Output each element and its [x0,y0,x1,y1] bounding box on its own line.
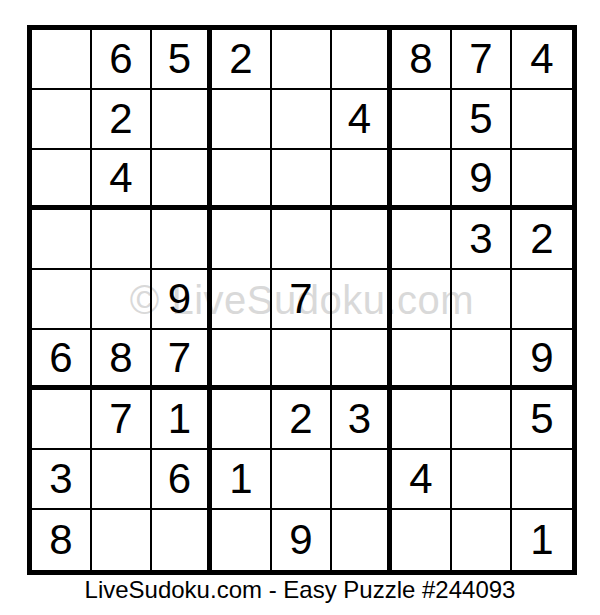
cell-r7c9[interactable]: 5 [512,390,572,450]
cell-r2c7[interactable] [392,90,452,150]
cell-r7c3[interactable]: 1 [152,390,212,450]
cell-r7c2[interactable]: 7 [92,390,152,450]
cell-r1c3[interactable]: 5 [152,30,212,90]
cell-r9c6[interactable] [332,510,392,570]
cell-r9c1[interactable]: 8 [32,510,92,570]
cell-r7c4[interactable] [212,390,272,450]
cell-r6c5[interactable] [272,330,332,390]
sudoku-board: © LiveSudoku.com 65287424549329768797123… [27,25,577,575]
cell-r9c7[interactable] [392,510,452,570]
cell-r7c6[interactable]: 3 [332,390,392,450]
cell-r5c3[interactable]: 9 [152,270,212,330]
cell-r4c4[interactable] [212,210,272,270]
cell-r1c5[interactable] [272,30,332,90]
cell-r6c3[interactable]: 7 [152,330,212,390]
cell-r5c4[interactable] [212,270,272,330]
cell-r5c1[interactable] [32,270,92,330]
cell-r2c5[interactable] [272,90,332,150]
cell-r4c9[interactable]: 2 [512,210,572,270]
cell-r6c9[interactable]: 9 [512,330,572,390]
cell-r1c2[interactable]: 6 [92,30,152,90]
cell-r3c7[interactable] [392,150,452,210]
cell-r3c1[interactable] [32,150,92,210]
cell-r5c7[interactable] [392,270,452,330]
cell-r7c8[interactable] [452,390,512,450]
cell-r1c9[interactable]: 4 [512,30,572,90]
cell-r4c8[interactable]: 3 [452,210,512,270]
cell-r4c2[interactable] [92,210,152,270]
cell-r3c6[interactable] [332,150,392,210]
puzzle-caption: LiveSudoku.com - Easy Puzzle #244093 [0,576,600,604]
cell-r7c5[interactable]: 2 [272,390,332,450]
cell-r2c4[interactable] [212,90,272,150]
cell-r6c7[interactable] [392,330,452,390]
sudoku-page: © LiveSudoku.com 65287424549329768797123… [0,0,600,615]
cell-r1c4[interactable]: 2 [212,30,272,90]
cell-r2c6[interactable]: 4 [332,90,392,150]
cell-r8c3[interactable]: 6 [152,450,212,510]
cell-r5c6[interactable] [332,270,392,330]
cell-r3c3[interactable] [152,150,212,210]
cell-r5c5[interactable]: 7 [272,270,332,330]
cell-r2c3[interactable] [152,90,212,150]
cell-r8c7[interactable]: 4 [392,450,452,510]
cell-r8c5[interactable] [272,450,332,510]
cell-r5c2[interactable] [92,270,152,330]
cell-r8c8[interactable] [452,450,512,510]
cell-r2c9[interactable] [512,90,572,150]
cell-r3c9[interactable] [512,150,572,210]
cell-r1c8[interactable]: 7 [452,30,512,90]
cell-r9c4[interactable] [212,510,272,570]
cell-r2c2[interactable]: 2 [92,90,152,150]
cell-r7c7[interactable] [392,390,452,450]
cell-r7c1[interactable] [32,390,92,450]
cell-r1c7[interactable]: 8 [392,30,452,90]
cell-r3c5[interactable] [272,150,332,210]
cell-r6c2[interactable]: 8 [92,330,152,390]
cell-r6c8[interactable] [452,330,512,390]
cell-r9c8[interactable] [452,510,512,570]
cell-r6c4[interactable] [212,330,272,390]
cell-r8c6[interactable] [332,450,392,510]
cell-r4c3[interactable] [152,210,212,270]
cell-r6c6[interactable] [332,330,392,390]
cell-r1c1[interactable] [32,30,92,90]
cell-r8c2[interactable] [92,450,152,510]
cell-r5c8[interactable] [452,270,512,330]
cell-r2c8[interactable]: 5 [452,90,512,150]
cell-r9c3[interactable] [152,510,212,570]
cell-r4c7[interactable] [392,210,452,270]
cell-r3c8[interactable]: 9 [452,150,512,210]
cell-r1c6[interactable] [332,30,392,90]
cell-r9c2[interactable] [92,510,152,570]
cell-r3c4[interactable] [212,150,272,210]
cell-r8c9[interactable] [512,450,572,510]
cell-r4c5[interactable] [272,210,332,270]
cell-r9c9[interactable]: 1 [512,510,572,570]
cell-r3c2[interactable]: 4 [92,150,152,210]
cell-r9c5[interactable]: 9 [272,510,332,570]
cell-r2c1[interactable] [32,90,92,150]
cell-r4c1[interactable] [32,210,92,270]
cell-r8c1[interactable]: 3 [32,450,92,510]
cell-r8c4[interactable]: 1 [212,450,272,510]
cell-r5c9[interactable] [512,270,572,330]
cell-r4c6[interactable] [332,210,392,270]
cell-r6c1[interactable]: 6 [32,330,92,390]
